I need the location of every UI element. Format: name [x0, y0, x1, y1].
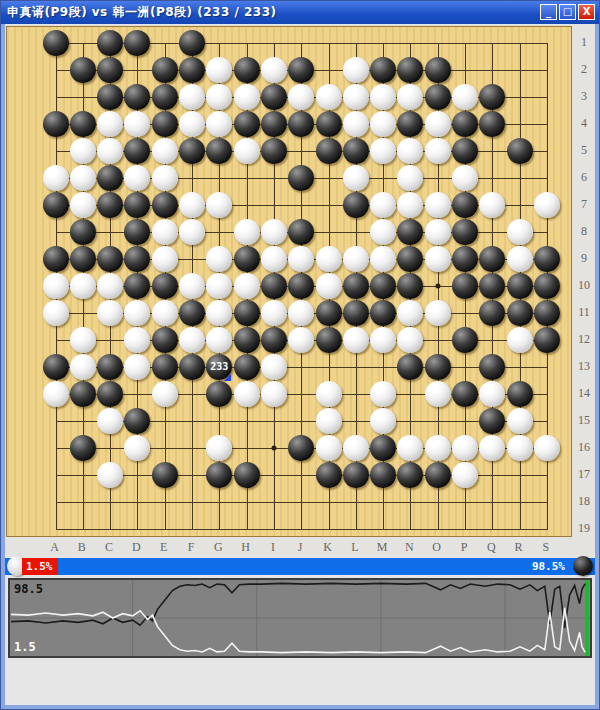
black-stone-S10[interactable]	[534, 273, 560, 299]
black-stone-P7[interactable]	[452, 192, 478, 218]
black-stone-J16[interactable]	[288, 435, 314, 461]
white-stone-C15[interactable]	[97, 408, 123, 434]
row-label-10: 10	[578, 277, 590, 292]
white-stone-C4[interactable]	[97, 111, 123, 137]
black-stone-B16[interactable]	[70, 435, 96, 461]
row-coordinates: 12345678910111213141516171819	[573, 25, 595, 557]
col-label-C: C	[105, 540, 113, 555]
black-stone-I12[interactable]	[261, 327, 287, 353]
white-stone-L3[interactable]	[343, 84, 369, 110]
white-stone-B5[interactable]	[70, 138, 96, 164]
row-label-3: 3	[581, 88, 587, 103]
white-winrate-value: 1.5%	[26, 560, 53, 573]
white-stone-K15[interactable]	[316, 408, 342, 434]
white-stone-L4[interactable]	[343, 111, 369, 137]
black-stone-A4[interactable]	[43, 111, 69, 137]
row-label-16: 16	[578, 439, 590, 454]
black-stone-H11[interactable]	[234, 300, 260, 326]
black-stone-P10[interactable]	[452, 273, 478, 299]
white-stone-H3[interactable]	[234, 84, 260, 110]
black-stone-E4[interactable]	[152, 111, 178, 137]
white-stone-R16[interactable]	[507, 435, 533, 461]
black-stone-A9[interactable]	[43, 246, 69, 272]
black-stone-P9[interactable]	[452, 246, 478, 272]
black-stone-E17[interactable]	[152, 462, 178, 488]
row-label-5: 5	[581, 142, 587, 157]
black-stone-N2[interactable]	[397, 57, 423, 83]
black-stone-K11[interactable]	[316, 300, 342, 326]
black-stone-A1[interactable]	[43, 30, 69, 56]
row-label-4: 4	[581, 115, 587, 130]
black-stone-D9[interactable]	[124, 246, 150, 272]
black-stone-G13[interactable]	[206, 354, 232, 380]
white-stone-I8[interactable]	[261, 219, 287, 245]
go-board[interactable]: 233	[6, 26, 572, 537]
black-stone-J10[interactable]	[288, 273, 314, 299]
white-stone-P16[interactable]	[452, 435, 478, 461]
col-label-B: B	[78, 540, 86, 555]
white-stone-Q14[interactable]	[479, 381, 505, 407]
black-stone-O17[interactable]	[425, 462, 451, 488]
row-label-18: 18	[578, 493, 590, 508]
black-stone-D3[interactable]	[124, 84, 150, 110]
col-label-J: J	[298, 540, 303, 555]
white-stone-G9[interactable]	[206, 246, 232, 272]
black-stone-Q9[interactable]	[479, 246, 505, 272]
black-stone-N4[interactable]	[397, 111, 423, 137]
black-stone-J8[interactable]	[288, 219, 314, 245]
white-stone-D12[interactable]	[124, 327, 150, 353]
white-stone-J11[interactable]	[288, 300, 314, 326]
row-label-14: 14	[578, 385, 590, 400]
white-stone-R8[interactable]	[507, 219, 533, 245]
black-stone-L11[interactable]	[343, 300, 369, 326]
black-stone-C9[interactable]	[97, 246, 123, 272]
white-stone-F3[interactable]	[179, 84, 205, 110]
black-stone-N13[interactable]	[397, 354, 423, 380]
white-stone-G2[interactable]	[206, 57, 232, 83]
black-stone-M11[interactable]	[370, 300, 396, 326]
white-stone-D16[interactable]	[124, 435, 150, 461]
white-stone-M4[interactable]	[370, 111, 396, 137]
white-stone-B6[interactable]	[70, 165, 96, 191]
title-bar[interactable]: 申真谞(P9段) vs 韩一洲(P8段) (233 / 233) _ □ X	[1, 1, 599, 24]
black-stone-O3[interactable]	[425, 84, 451, 110]
white-stone-F7[interactable]	[179, 192, 205, 218]
black-stone-S11[interactable]	[534, 300, 560, 326]
row-label-15: 15	[578, 412, 590, 427]
col-label-O: O	[432, 540, 441, 555]
black-stone-H2[interactable]	[234, 57, 260, 83]
black-stone-E12[interactable]	[152, 327, 178, 353]
white-stone-K3[interactable]	[316, 84, 342, 110]
white-stone-C11[interactable]	[97, 300, 123, 326]
black-stone-R11[interactable]	[507, 300, 533, 326]
black-stone-Q11[interactable]	[479, 300, 505, 326]
white-stone-P6[interactable]	[452, 165, 478, 191]
column-coordinates: ABCDEFGHIJKLMNOPQRS	[5, 537, 573, 557]
black-stone-F13[interactable]	[179, 354, 205, 380]
black-stone-B14[interactable]	[70, 381, 96, 407]
col-label-M: M	[377, 540, 388, 555]
white-stone-F10[interactable]	[179, 273, 205, 299]
black-stone-A13[interactable]	[43, 354, 69, 380]
black-stone-G17[interactable]	[206, 462, 232, 488]
white-stone-J9[interactable]	[288, 246, 314, 272]
black-stone-E7[interactable]	[152, 192, 178, 218]
black-stone-B4[interactable]	[70, 111, 96, 137]
white-stone-N7[interactable]	[397, 192, 423, 218]
white-stone-O16[interactable]	[425, 435, 451, 461]
white-stone-B12[interactable]	[70, 327, 96, 353]
white-stone-B10[interactable]	[70, 273, 96, 299]
close-button[interactable]: X	[578, 4, 595, 20]
black-stone-J6[interactable]	[288, 165, 314, 191]
black-stone-P14[interactable]	[452, 381, 478, 407]
black-stone-L7[interactable]	[343, 192, 369, 218]
black-stone-L10[interactable]	[343, 273, 369, 299]
white-stone-K16[interactable]	[316, 435, 342, 461]
black-stone-R10[interactable]	[507, 273, 533, 299]
white-stone-M12[interactable]	[370, 327, 396, 353]
white-stone-O9[interactable]	[425, 246, 451, 272]
black-stone-M17[interactable]	[370, 462, 396, 488]
white-stone-L12[interactable]	[343, 327, 369, 353]
black-stone-F11[interactable]	[179, 300, 205, 326]
white-stone-C5[interactable]	[97, 138, 123, 164]
black-stone-R14[interactable]	[507, 381, 533, 407]
col-label-E: E	[160, 540, 167, 555]
black-stone-P5[interactable]	[452, 138, 478, 164]
white-stone-B7[interactable]	[70, 192, 96, 218]
white-stone-L2[interactable]	[343, 57, 369, 83]
black-stone-C3[interactable]	[97, 84, 123, 110]
black-stone-I10[interactable]	[261, 273, 287, 299]
white-stone-E11[interactable]	[152, 300, 178, 326]
black-stone-H17[interactable]	[234, 462, 260, 488]
black-stone-D8[interactable]	[124, 219, 150, 245]
row-label-7: 7	[581, 196, 587, 211]
black-stone-Q4[interactable]	[479, 111, 505, 137]
white-stone-E8[interactable]	[152, 219, 178, 245]
black-stone-L17[interactable]	[343, 462, 369, 488]
black-stone-K4[interactable]	[316, 111, 342, 137]
white-stone-D11[interactable]	[124, 300, 150, 326]
white-stone-G11[interactable]	[206, 300, 232, 326]
white-stone-M7[interactable]	[370, 192, 396, 218]
black-stone-M2[interactable]	[370, 57, 396, 83]
white-stone-M15[interactable]	[370, 408, 396, 434]
white-stone-L16[interactable]	[343, 435, 369, 461]
black-stone-G5[interactable]	[206, 138, 232, 164]
black-stone-Q3[interactable]	[479, 84, 505, 110]
black-stone-H4[interactable]	[234, 111, 260, 137]
black-stone-Q15[interactable]	[479, 408, 505, 434]
black-stone-A7[interactable]	[43, 192, 69, 218]
black-player-stone-icon	[573, 556, 593, 576]
col-label-S: S	[543, 540, 550, 555]
white-stone-O7[interactable]	[425, 192, 451, 218]
white-stone-G16[interactable]	[206, 435, 232, 461]
black-stone-D10[interactable]	[124, 273, 150, 299]
black-stone-F5[interactable]	[179, 138, 205, 164]
white-stone-Q16[interactable]	[479, 435, 505, 461]
white-stone-P3[interactable]	[452, 84, 478, 110]
black-stone-Q13[interactable]	[479, 354, 505, 380]
white-stone-A14[interactable]	[43, 381, 69, 407]
white-stone-E5[interactable]	[152, 138, 178, 164]
grid-line	[56, 502, 548, 503]
white-stone-E9[interactable]	[152, 246, 178, 272]
white-stone-F4[interactable]	[179, 111, 205, 137]
black-stone-C7[interactable]	[97, 192, 123, 218]
white-stone-N11[interactable]	[397, 300, 423, 326]
col-label-G: G	[214, 540, 223, 555]
black-stone-R5[interactable]	[507, 138, 533, 164]
white-stone-G4[interactable]	[206, 111, 232, 137]
white-stone-M14[interactable]	[370, 381, 396, 407]
black-stone-C13[interactable]	[97, 354, 123, 380]
black-stone-C14[interactable]	[97, 381, 123, 407]
black-winrate-value: 98.5%	[532, 560, 565, 573]
white-stone-M9[interactable]	[370, 246, 396, 272]
white-stone-P17[interactable]	[452, 462, 478, 488]
white-stone-H5[interactable]	[234, 138, 260, 164]
col-label-H: H	[241, 540, 250, 555]
black-stone-D5[interactable]	[124, 138, 150, 164]
white-stone-F8[interactable]	[179, 219, 205, 245]
black-stone-H12[interactable]	[234, 327, 260, 353]
white-stone-O5[interactable]	[425, 138, 451, 164]
white-stone-S7[interactable]	[534, 192, 560, 218]
col-label-F: F	[188, 540, 195, 555]
black-stone-E10[interactable]	[152, 273, 178, 299]
white-stone-D6[interactable]	[124, 165, 150, 191]
black-stone-S12[interactable]	[534, 327, 560, 353]
row-label-12: 12	[578, 331, 590, 346]
black-stone-O2[interactable]	[425, 57, 451, 83]
white-stone-R15[interactable]	[507, 408, 533, 434]
black-stone-P8[interactable]	[452, 219, 478, 245]
white-stone-K10[interactable]	[316, 273, 342, 299]
white-stone-H14[interactable]	[234, 381, 260, 407]
row-label-9: 9	[581, 250, 587, 265]
white-stone-H8[interactable]	[234, 219, 260, 245]
row-label-11: 11	[578, 304, 590, 319]
black-stone-E13[interactable]	[152, 354, 178, 380]
winrate-graph-canvas	[10, 580, 590, 656]
white-stone-J3[interactable]	[288, 84, 314, 110]
black-stone-C1[interactable]	[97, 30, 123, 56]
white-stone-C10[interactable]	[97, 273, 123, 299]
white-stone-N12[interactable]	[397, 327, 423, 353]
black-stone-D7[interactable]	[124, 192, 150, 218]
white-stone-E6[interactable]	[152, 165, 178, 191]
black-stone-I3[interactable]	[261, 84, 287, 110]
white-stone-K14[interactable]	[316, 381, 342, 407]
black-stone-P4[interactable]	[452, 111, 478, 137]
white-stone-G3[interactable]	[206, 84, 232, 110]
window-title: 申真谞(P9段) vs 韩一洲(P8段) (233 / 233)	[1, 4, 277, 21]
col-label-N: N	[405, 540, 414, 555]
grid-line	[56, 529, 548, 530]
black-stone-K5[interactable]	[316, 138, 342, 164]
white-stone-B13[interactable]	[70, 354, 96, 380]
black-stone-P12[interactable]	[452, 327, 478, 353]
board-panel: 233 12345678910111213141516171819 ABCDEF…	[5, 25, 595, 557]
white-stone-J12[interactable]	[288, 327, 314, 353]
white-stone-A10[interactable]	[43, 273, 69, 299]
row-label-8: 8	[581, 223, 587, 238]
row-label-6: 6	[581, 169, 587, 184]
white-stone-I2[interactable]	[261, 57, 287, 83]
black-stone-B2[interactable]	[70, 57, 96, 83]
black-stone-J4[interactable]	[288, 111, 314, 137]
row-label-13: 13	[578, 358, 590, 373]
white-stone-N5[interactable]	[397, 138, 423, 164]
white-stone-G10[interactable]	[206, 273, 232, 299]
white-stone-H10[interactable]	[234, 273, 260, 299]
black-stone-H13[interactable]	[234, 354, 260, 380]
white-stone-R9[interactable]	[507, 246, 533, 272]
white-stone-R12[interactable]	[507, 327, 533, 353]
white-stone-Q7[interactable]	[479, 192, 505, 218]
black-stone-M10[interactable]	[370, 273, 396, 299]
white-stone-C17[interactable]	[97, 462, 123, 488]
row-label-19: 19	[578, 520, 590, 535]
black-stone-I5[interactable]	[261, 138, 287, 164]
black-stone-I4[interactable]	[261, 111, 287, 137]
white-stone-G12[interactable]	[206, 327, 232, 353]
row-label-1: 1	[581, 34, 587, 49]
white-stone-L9[interactable]	[343, 246, 369, 272]
white-stone-I13[interactable]	[261, 354, 287, 380]
black-stone-Q10[interactable]	[479, 273, 505, 299]
white-stone-O8[interactable]	[425, 219, 451, 245]
maximize-button[interactable]: □	[559, 4, 576, 20]
white-stone-E14[interactable]	[152, 381, 178, 407]
white-stone-O14[interactable]	[425, 381, 451, 407]
black-stone-B8[interactable]	[70, 219, 96, 245]
black-stone-K17[interactable]	[316, 462, 342, 488]
white-stone-A11[interactable]	[43, 300, 69, 326]
white-stone-I14[interactable]	[261, 381, 287, 407]
col-label-L: L	[351, 540, 358, 555]
black-stone-N17[interactable]	[397, 462, 423, 488]
white-stone-M5[interactable]	[370, 138, 396, 164]
black-stone-H9[interactable]	[234, 246, 260, 272]
white-stone-I11[interactable]	[261, 300, 287, 326]
black-stone-E2[interactable]	[152, 57, 178, 83]
col-label-Q: Q	[487, 540, 496, 555]
white-stone-M8[interactable]	[370, 219, 396, 245]
col-label-I: I	[271, 540, 275, 555]
col-label-D: D	[132, 540, 141, 555]
row-label-2: 2	[581, 61, 587, 76]
white-stone-D4[interactable]	[124, 111, 150, 137]
black-stone-D15[interactable]	[124, 408, 150, 434]
minimize-button[interactable]: _	[540, 4, 557, 20]
black-stone-C6[interactable]	[97, 165, 123, 191]
winrate-graph[interactable]: 98.5 1.5	[8, 578, 592, 658]
white-stone-S16[interactable]	[534, 435, 560, 461]
star-point	[271, 445, 276, 450]
white-stone-K9[interactable]	[316, 246, 342, 272]
white-stone-G7[interactable]	[206, 192, 232, 218]
black-stone-J2[interactable]	[288, 57, 314, 83]
row-label-17: 17	[578, 466, 590, 481]
white-stone-O11[interactable]	[425, 300, 451, 326]
white-stone-O4[interactable]	[425, 111, 451, 137]
col-label-P: P	[461, 540, 468, 555]
white-stone-N6[interactable]	[397, 165, 423, 191]
winrate-bar: 1.5% 98.5%	[5, 558, 595, 575]
col-label-A: A	[50, 540, 59, 555]
black-stone-C2[interactable]	[97, 57, 123, 83]
black-stone-L5[interactable]	[343, 138, 369, 164]
white-stone-F12[interactable]	[179, 327, 205, 353]
black-stone-F1[interactable]	[179, 30, 205, 56]
white-stone-A6[interactable]	[43, 165, 69, 191]
black-stone-N8[interactable]	[397, 219, 423, 245]
black-stone-F2[interactable]	[179, 57, 205, 83]
black-stone-D1[interactable]	[124, 30, 150, 56]
black-stone-G14[interactable]	[206, 381, 232, 407]
black-stone-N9[interactable]	[397, 246, 423, 272]
black-stone-B9[interactable]	[70, 246, 96, 272]
black-stone-S9[interactable]	[534, 246, 560, 272]
white-stone-N16[interactable]	[397, 435, 423, 461]
black-stone-O13[interactable]	[425, 354, 451, 380]
black-stone-N10[interactable]	[397, 273, 423, 299]
black-stone-M16[interactable]	[370, 435, 396, 461]
white-stone-D13[interactable]	[124, 354, 150, 380]
col-label-K: K	[323, 540, 332, 555]
col-label-R: R	[515, 540, 523, 555]
white-stone-M3[interactable]	[370, 84, 396, 110]
star-point	[435, 283, 440, 288]
white-stone-L6[interactable]	[343, 165, 369, 191]
black-stone-E3[interactable]	[152, 84, 178, 110]
white-stone-N3[interactable]	[397, 84, 423, 110]
white-stone-I9[interactable]	[261, 246, 287, 272]
black-stone-K12[interactable]	[316, 327, 342, 353]
